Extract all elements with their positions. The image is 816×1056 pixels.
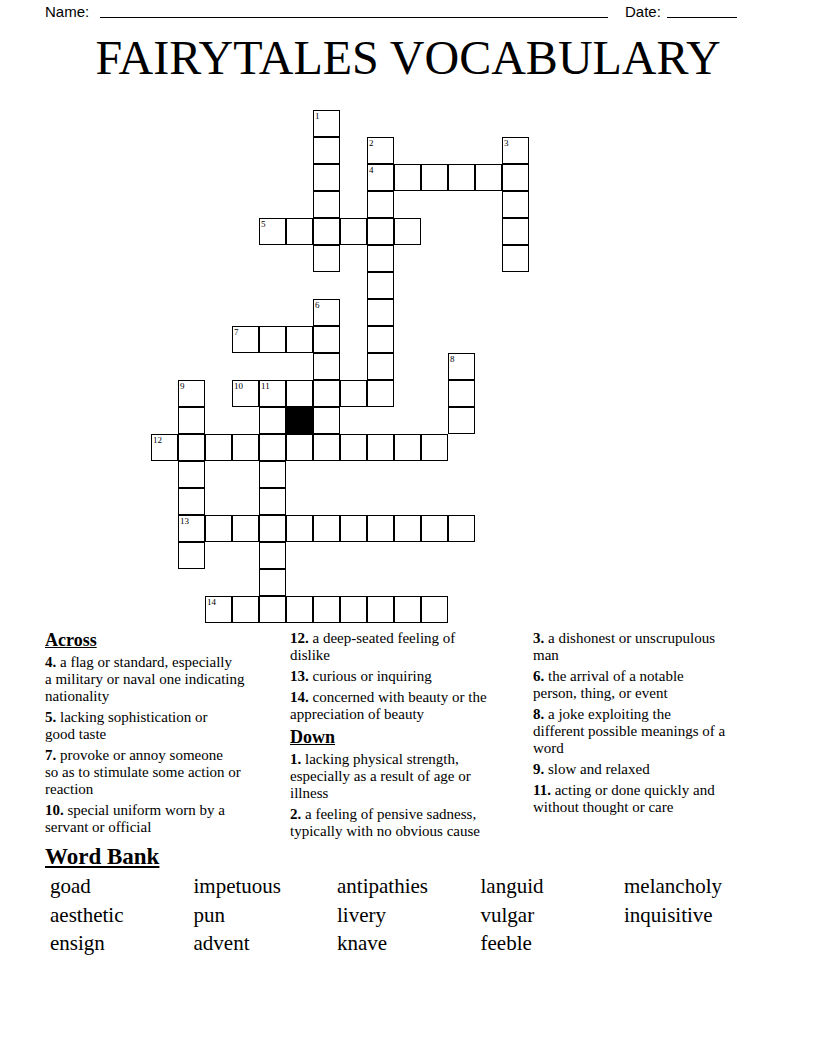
crossword-cell-r8c3[interactable]: 7 [232,326,259,353]
word-bank-word: pun [194,901,338,930]
crossword-cell-r12c2[interactable] [205,434,232,461]
clue-3: 3. a dishonest or unscrupulous man [533,630,725,664]
crossword-cell-r8c6[interactable] [313,326,340,353]
crossword-cell-r9c11[interactable]: 8 [448,353,475,380]
crossword-cell-r2c11[interactable] [448,164,475,191]
word-bank-header: Word Bank [45,843,159,870]
crossword-cell-r10c8[interactable] [367,380,394,407]
crossword-cell-r11c11[interactable] [448,407,475,434]
clue-number-9: 9 [180,381,185,391]
crossword-cell-r12c4[interactable] [259,434,286,461]
crossword-cell-r12c1[interactable] [178,434,205,461]
crossword-cell-r1c8[interactable]: 2 [367,137,394,164]
word-bank-word: languid [481,872,625,901]
name-label: Name: [45,3,89,20]
crossword-cell-r18c4[interactable] [259,596,286,623]
crossword-cell-r12c10[interactable] [421,434,448,461]
clue-number-13: 13 [180,516,189,526]
crossword-cell-r2c13[interactable] [502,164,529,191]
crossword-cell-r10c4[interactable]: 11 [259,380,286,407]
word-bank-word: impetuous [194,872,338,901]
word-bank-word: knave [337,929,481,958]
clue-number-3: 3 [504,138,509,148]
clue-number-11: 11 [261,381,270,391]
crossword-cell-r15c1[interactable]: 13 [178,515,205,542]
word-bank: goadimpetuousantipathieslanguidmelanchol… [50,872,768,958]
crossword-cell-r3c8[interactable] [367,191,394,218]
clue-column-3: 3. a dishonest or unscrupulous man6. the… [533,630,725,820]
date-blank-line[interactable] [667,1,737,18]
crossword-cell-r12c0[interactable]: 12 [151,434,178,461]
word-bank-word: antipathies [337,872,481,901]
down-header: Down [290,727,487,747]
crossword-cell-r15c9[interactable] [394,515,421,542]
crossword-cell-r10c5[interactable] [286,380,313,407]
crossword-cell-r2c10[interactable] [421,164,448,191]
crossword-cell-r1c6[interactable] [313,137,340,164]
crossword-cell-r18c9[interactable] [394,596,421,623]
crossword-cell-r12c7[interactable] [340,434,367,461]
clue-2: 2. a feeling of pensive sadness, typical… [290,806,487,840]
clue-4: 4. a flag or standard, especially a mili… [45,654,245,705]
name-blank-line[interactable] [100,1,608,18]
crossword-cell-r2c9[interactable] [394,164,421,191]
clue-11: 11. acting or done quickly and without t… [533,782,725,816]
crossword-cell-r2c8[interactable]: 4 [367,164,394,191]
crossword-cell-r4c5[interactable] [286,218,313,245]
clue-number-12: 12 [153,435,162,445]
crossword-cell-r18c2[interactable]: 14 [205,596,232,623]
crossword-cell-r17c4[interactable] [259,569,286,596]
clue-1: 1. lacking physical strength, especially… [290,751,487,802]
clue-7: 7. provoke or annoy someone so as to sti… [45,747,245,798]
crossword-worksheet: { "game": "crossword", "header": { "name… [0,0,816,1056]
word-bank-word: ensign [50,929,194,958]
crossword-cell-r15c11[interactable] [448,515,475,542]
crossword-cell-r4c4[interactable]: 5 [259,218,286,245]
clue-14: 14. concerned with beauty or the appreci… [290,689,487,723]
word-bank-word: livery [337,901,481,930]
word-bank-word: aesthetic [50,901,194,930]
crossword-cell-r18c3[interactable] [232,596,259,623]
clue-number-1: 1 [315,111,320,121]
crossword-cell-r4c7[interactable] [340,218,367,245]
crossword-cell-r5c6[interactable] [313,245,340,272]
clue-9: 9. slow and relaxed [533,761,725,778]
crossword-cell-r1c13[interactable]: 3 [502,137,529,164]
crossword-cell-r8c5[interactable] [286,326,313,353]
crossword-cell-r12c3[interactable] [232,434,259,461]
crossword-cell-r7c8[interactable] [367,299,394,326]
clue-number-14: 14 [207,597,216,607]
clue-5: 5. lacking sophistication or good taste [45,709,245,743]
crossword-cell-r5c13[interactable] [502,245,529,272]
crossword-cell-r12c6[interactable] [313,434,340,461]
crossword-cell-r18c6[interactable] [313,596,340,623]
crossword-cell-r3c6[interactable] [313,191,340,218]
crossword-cell-r11c1[interactable] [178,407,205,434]
clue-number-7: 7 [234,327,239,337]
crossword-cell-r18c7[interactable] [340,596,367,623]
crossword-cell-r10c3[interactable]: 10 [232,380,259,407]
crossword-cell-r12c5[interactable] [286,434,313,461]
crossword-cell-r16c1[interactable] [178,542,205,569]
crossword-cell-r15c7[interactable] [340,515,367,542]
crossword-cell-r14c4[interactable] [259,488,286,515]
crossword-cell-r13c4[interactable] [259,461,286,488]
crossword-cell-r4c9[interactable] [394,218,421,245]
crossword-cell-r18c10[interactable] [421,596,448,623]
blocked-cell [286,407,313,434]
crossword-cell-r15c4[interactable] [259,515,286,542]
page-title: FAIRYTALES VOCABULARY [0,30,816,86]
clue-column-1: Across4. a flag or standard, especially … [45,630,245,840]
crossword-cell-r11c4[interactable] [259,407,286,434]
crossword-cell-r5c8[interactable] [367,245,394,272]
clues-section: Across4. a flag or standard, especially … [0,630,816,845]
crossword-cell-r18c8[interactable] [367,596,394,623]
clue-10: 10. special uniform worn by a servant or… [45,802,245,836]
crossword-cell-r14c1[interactable] [178,488,205,515]
clue-number-10: 10 [234,381,243,391]
crossword-cell-r7c6[interactable]: 6 [313,299,340,326]
word-bank-word: inquisitive [624,901,768,930]
crossword-cell-r0c6[interactable]: 1 [313,110,340,137]
crossword-cell-r2c6[interactable] [313,164,340,191]
crossword-cell-r15c2[interactable] [205,515,232,542]
crossword-cell-r18c5[interactable] [286,596,313,623]
crossword-cell-r15c8[interactable] [367,515,394,542]
clue-6: 6. the arrival of a notable person, thin… [533,668,725,702]
word-bank-word: advent [194,929,338,958]
clue-number-4: 4 [369,165,374,175]
clue-number-6: 6 [315,300,320,310]
crossword-cell-r15c5[interactable] [286,515,313,542]
crossword-cell-r8c4[interactable] [259,326,286,353]
crossword-cell-r10c7[interactable] [340,380,367,407]
crossword-cell-r8c8[interactable] [367,326,394,353]
crossword-cell-r11c6[interactable] [313,407,340,434]
crossword-cell-r10c11[interactable] [448,380,475,407]
crossword-cell-r10c6[interactable] [313,380,340,407]
crossword-cell-r4c6[interactable] [313,218,340,245]
word-bank-word: goad [50,872,194,901]
clue-8: 8. a joke exploiting the different possi… [533,706,725,757]
crossword-cell-r13c1[interactable] [178,461,205,488]
crossword-cell-r4c13[interactable] [502,218,529,245]
crossword-cell-r9c6[interactable] [313,353,340,380]
crossword-cell-r6c8[interactable] [367,272,394,299]
clue-number-2: 2 [369,138,374,148]
clue-number-8: 8 [450,354,455,364]
crossword-cell-r15c10[interactable] [421,515,448,542]
crossword-cell-r2c12[interactable] [475,164,502,191]
clue-13: 13. curious or inquiring [290,668,487,685]
crossword-cell-r12c8[interactable] [367,434,394,461]
word-bank-word: vulgar [481,901,625,930]
crossword-cell-r10c1[interactable]: 9 [178,380,205,407]
clue-12: 12. a deep-seated feeling of dislike [290,630,487,664]
word-bank-word: melancholy [624,872,768,901]
date-label: Date: [625,3,661,20]
crossword-cell-r15c3[interactable] [232,515,259,542]
crossword-cell-r16c4[interactable] [259,542,286,569]
crossword-cell-r12c9[interactable] [394,434,421,461]
crossword-cell-r15c6[interactable] [313,515,340,542]
crossword-cell-r3c13[interactable] [502,191,529,218]
across-header: Across [45,630,245,650]
word-bank-word: feeble [481,929,625,958]
crossword-cell-r4c8[interactable] [367,218,394,245]
clue-number-5: 5 [261,219,266,229]
crossword-cell-r9c8[interactable] [367,353,394,380]
clue-column-2: 12. a deep-seated feeling of dislike13. … [290,630,487,844]
crossword-grid: 1234567891011121314 [151,110,530,624]
